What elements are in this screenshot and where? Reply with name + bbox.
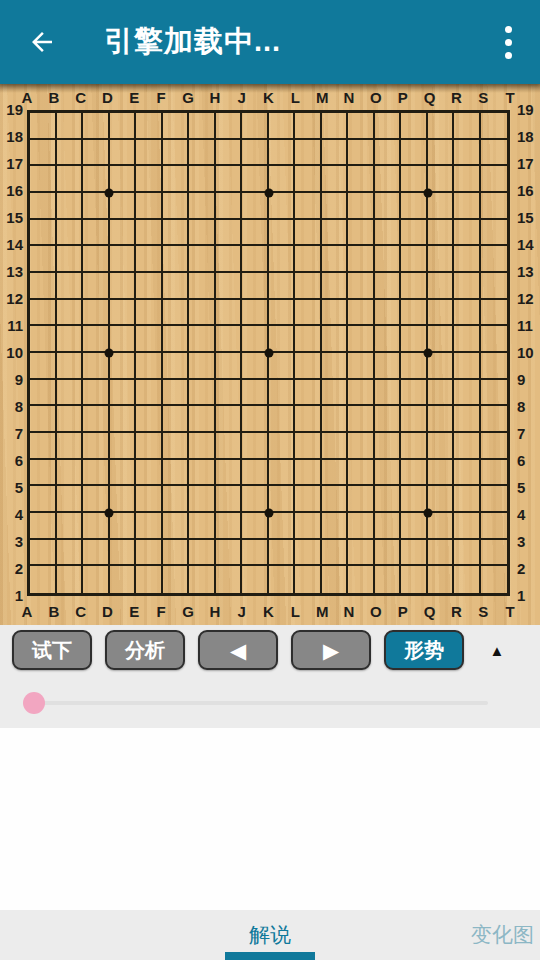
coord-label: G xyxy=(182,90,194,106)
coord-label: J xyxy=(237,90,245,106)
board-cell xyxy=(481,113,508,140)
board-cell xyxy=(428,433,455,460)
board-cell xyxy=(322,566,349,593)
coord-label: A xyxy=(22,90,33,106)
coord-label: O xyxy=(370,90,382,106)
board-cell xyxy=(110,326,137,353)
board-cell xyxy=(269,433,296,460)
board-cell xyxy=(428,246,455,273)
board-cell xyxy=(242,220,269,247)
arrow-left-icon xyxy=(27,27,57,57)
board-cell xyxy=(375,406,402,433)
coord-label: 1 xyxy=(517,588,525,604)
board-cell xyxy=(269,326,296,353)
app-bar: 引擎加载中... xyxy=(0,0,540,84)
board-cell xyxy=(269,406,296,433)
board-cell xyxy=(189,166,216,193)
board-cell xyxy=(454,113,481,140)
board-cell xyxy=(163,460,190,487)
board-cell xyxy=(189,486,216,513)
coord-label: 14 xyxy=(517,237,534,253)
board-cell xyxy=(454,486,481,513)
board-cell xyxy=(269,166,296,193)
board-cell xyxy=(454,566,481,593)
board-cell xyxy=(110,300,137,327)
board-cell xyxy=(428,113,455,140)
coord-label: 12 xyxy=(0,291,23,307)
board-cell xyxy=(269,513,296,540)
board-cell xyxy=(428,406,455,433)
board-cell xyxy=(375,486,402,513)
board-cell xyxy=(322,193,349,220)
coord-label: R xyxy=(451,90,462,106)
board-cell xyxy=(295,140,322,167)
coord-label: 4 xyxy=(517,507,525,523)
board-cell xyxy=(428,353,455,380)
board-cell xyxy=(57,300,84,327)
board-cell xyxy=(454,140,481,167)
board-cell xyxy=(375,380,402,407)
board-cell xyxy=(216,166,243,193)
board-cell xyxy=(163,433,190,460)
board-cell xyxy=(481,380,508,407)
coord-label: 7 xyxy=(517,426,525,442)
board-cell xyxy=(57,220,84,247)
board-cell xyxy=(295,486,322,513)
board-cell xyxy=(428,220,455,247)
board-cell xyxy=(110,433,137,460)
board-cell xyxy=(83,140,110,167)
board-cell xyxy=(242,566,269,593)
board-cell xyxy=(348,140,375,167)
board-cell xyxy=(163,273,190,300)
bottom-tab-bar: 解说 变化图 xyxy=(0,910,540,960)
coord-label: N xyxy=(344,90,355,106)
board-cell xyxy=(216,433,243,460)
board-cell xyxy=(163,513,190,540)
prev-move-button[interactable]: ◀ xyxy=(198,630,278,670)
board-cell xyxy=(295,540,322,567)
board-cell xyxy=(322,433,349,460)
board-cell xyxy=(110,486,137,513)
coord-label: 5 xyxy=(0,480,23,496)
board-cell xyxy=(110,193,137,220)
board-cell xyxy=(57,273,84,300)
board-cell xyxy=(30,246,57,273)
board-cell xyxy=(83,486,110,513)
board-cell xyxy=(136,433,163,460)
board-cell xyxy=(269,353,296,380)
board-cell xyxy=(189,353,216,380)
board-cell xyxy=(454,513,481,540)
coord-label: 12 xyxy=(517,291,534,307)
board-cell xyxy=(454,246,481,273)
board-cell xyxy=(136,140,163,167)
collapse-panel-button[interactable]: ▲ xyxy=(482,630,512,670)
board-cell xyxy=(481,326,508,353)
board-cell xyxy=(401,140,428,167)
board-cell xyxy=(375,513,402,540)
coord-label: 16 xyxy=(0,183,23,199)
coord-label: 2 xyxy=(517,561,525,577)
board-cell xyxy=(30,380,57,407)
board-cell xyxy=(242,540,269,567)
board-cell xyxy=(481,433,508,460)
board-cell xyxy=(322,220,349,247)
board-cell xyxy=(401,326,428,353)
board-cell xyxy=(30,406,57,433)
board-cell xyxy=(454,326,481,353)
coord-label: 15 xyxy=(517,210,534,226)
board-cell xyxy=(348,166,375,193)
board-cell xyxy=(401,113,428,140)
board-cell xyxy=(295,193,322,220)
board-cell xyxy=(348,246,375,273)
board-cell xyxy=(136,273,163,300)
board-cell xyxy=(189,273,216,300)
board-cell xyxy=(348,486,375,513)
board-cell xyxy=(454,433,481,460)
board-cell xyxy=(481,353,508,380)
board-cell xyxy=(136,193,163,220)
board-cell xyxy=(189,460,216,487)
kebab-icon xyxy=(505,26,512,33)
coord-label: 4 xyxy=(0,507,23,523)
board-cell xyxy=(481,566,508,593)
analyze-button[interactable]: 分析 xyxy=(105,630,185,670)
board-cell xyxy=(481,220,508,247)
coord-label: 3 xyxy=(0,534,23,550)
board-cell xyxy=(136,486,163,513)
coord-label: 7 xyxy=(0,426,23,442)
coord-label: 6 xyxy=(0,453,23,469)
board-cell xyxy=(322,486,349,513)
board-cell xyxy=(454,193,481,220)
board-cell xyxy=(322,113,349,140)
board-cell xyxy=(348,113,375,140)
board-cell xyxy=(30,140,57,167)
board-cell xyxy=(375,433,402,460)
board-cell xyxy=(163,540,190,567)
board-cell xyxy=(428,460,455,487)
board-cell xyxy=(189,540,216,567)
board-cell xyxy=(30,460,57,487)
board-cell xyxy=(30,220,57,247)
board-cell xyxy=(57,513,84,540)
board-cell xyxy=(428,540,455,567)
board-cell xyxy=(110,140,137,167)
coord-label: 8 xyxy=(517,399,525,415)
board-cell xyxy=(57,246,84,273)
territory-button[interactable]: 形势 xyxy=(384,630,464,670)
board-cell xyxy=(163,486,190,513)
board-cell xyxy=(57,326,84,353)
board-cell xyxy=(136,166,163,193)
coord-label: S xyxy=(478,604,488,620)
board-cell xyxy=(30,566,57,593)
board-cell xyxy=(110,406,137,433)
board-cell xyxy=(454,166,481,193)
board-cell xyxy=(322,380,349,407)
coord-label: P xyxy=(398,90,408,106)
board-cell xyxy=(216,380,243,407)
board-cell xyxy=(136,566,163,593)
board-cell xyxy=(189,300,216,327)
board-cell xyxy=(136,353,163,380)
board-cell xyxy=(295,353,322,380)
board-cell xyxy=(30,326,57,353)
board-cell xyxy=(322,140,349,167)
board-cell xyxy=(83,513,110,540)
board-cell xyxy=(110,513,137,540)
board-cell xyxy=(401,166,428,193)
board-cell xyxy=(136,540,163,567)
board-cell xyxy=(375,246,402,273)
slider-track[interactable] xyxy=(34,701,488,705)
board-cell xyxy=(30,166,57,193)
board-cell xyxy=(216,353,243,380)
coord-label: 15 xyxy=(0,210,23,226)
coord-label: 10 xyxy=(0,345,23,361)
coord-label: T xyxy=(505,604,514,620)
board-cell xyxy=(269,220,296,247)
app-screen: 引擎加载中... AABBCCDDEEFFGGHHJJKKLLMMNNOOPPQ… xyxy=(0,0,540,960)
board-cell xyxy=(269,540,296,567)
board-cell xyxy=(189,566,216,593)
board-cell xyxy=(401,433,428,460)
board-cell xyxy=(242,246,269,273)
board-cell xyxy=(30,273,57,300)
coord-label: 14 xyxy=(0,237,23,253)
board-cell xyxy=(57,380,84,407)
board-cell xyxy=(242,486,269,513)
coord-label: 9 xyxy=(0,372,23,388)
board-cell xyxy=(454,406,481,433)
board-cell xyxy=(163,193,190,220)
board-cell xyxy=(375,220,402,247)
board-cell xyxy=(269,566,296,593)
board-cell xyxy=(216,140,243,167)
coord-label: 5 xyxy=(517,480,525,496)
board-cell xyxy=(375,460,402,487)
coord-label: A xyxy=(22,604,33,620)
board-cell xyxy=(216,326,243,353)
controls-panel: 试下 分析 ◀ ▶ 形势 ▲ xyxy=(0,625,540,728)
coord-label: 16 xyxy=(517,183,534,199)
board-cell xyxy=(375,540,402,567)
board-cell xyxy=(454,300,481,327)
board-grid[interactable] xyxy=(27,110,510,596)
board-cell xyxy=(375,166,402,193)
try-move-button[interactable]: 试下 xyxy=(12,630,92,670)
board-cell xyxy=(242,433,269,460)
coord-label: R xyxy=(451,604,462,620)
board-cell xyxy=(216,246,243,273)
board-cell xyxy=(163,113,190,140)
board-cell xyxy=(136,113,163,140)
coord-label: 10 xyxy=(517,345,534,361)
board-cell xyxy=(30,486,57,513)
board-cell xyxy=(242,300,269,327)
coord-label: 17 xyxy=(517,156,534,172)
board-cell xyxy=(454,273,481,300)
board-cell xyxy=(189,326,216,353)
coord-label: O xyxy=(370,604,382,620)
tab-indicator xyxy=(225,952,315,960)
board-cell xyxy=(322,540,349,567)
board-cell xyxy=(110,113,137,140)
tab-variation-diagram[interactable]: 变化图 xyxy=(471,910,538,960)
board-cell xyxy=(481,166,508,193)
arrow-left-triangle-icon: ◀ xyxy=(230,640,246,661)
coord-label: S xyxy=(478,90,488,106)
coord-label: 19 xyxy=(0,102,23,118)
board-cell xyxy=(295,326,322,353)
board-cell xyxy=(401,566,428,593)
board-cell xyxy=(322,406,349,433)
board-cell xyxy=(322,246,349,273)
coord-label: F xyxy=(157,90,166,106)
board-cell xyxy=(136,460,163,487)
board-cell xyxy=(110,540,137,567)
board-cell xyxy=(401,300,428,327)
board-cell xyxy=(83,300,110,327)
board-cell xyxy=(401,353,428,380)
go-board[interactable]: AABBCCDDEEFFGGHHJJKKLLMMNNOOPPQQRRSSTT19… xyxy=(0,84,540,625)
board-cell xyxy=(481,273,508,300)
coord-label: B xyxy=(48,90,59,106)
board-cell xyxy=(242,353,269,380)
board-cell xyxy=(401,380,428,407)
arrow-right-triangle-icon: ▶ xyxy=(323,640,339,661)
board-cell xyxy=(322,273,349,300)
board-cell xyxy=(401,486,428,513)
back-button[interactable] xyxy=(0,0,84,84)
board-cell xyxy=(189,246,216,273)
board-cell xyxy=(348,300,375,327)
board-cell xyxy=(30,193,57,220)
board-cell xyxy=(57,193,84,220)
page-title: 引擎加载中... xyxy=(104,22,476,62)
coord-label: 19 xyxy=(517,102,534,118)
board-cell xyxy=(428,166,455,193)
board-cell xyxy=(110,380,137,407)
board-cell xyxy=(428,380,455,407)
next-move-button[interactable]: ▶ xyxy=(291,630,371,670)
board-cell xyxy=(481,193,508,220)
board-cell xyxy=(295,380,322,407)
board-cell xyxy=(136,246,163,273)
board-cell xyxy=(57,433,84,460)
board-cell xyxy=(57,140,84,167)
board-cell xyxy=(189,140,216,167)
board-cell xyxy=(269,380,296,407)
board-cell xyxy=(83,406,110,433)
board-cell xyxy=(242,113,269,140)
board-cell xyxy=(295,166,322,193)
board-cell xyxy=(216,273,243,300)
overflow-menu-button[interactable] xyxy=(476,0,540,84)
coord-label: D xyxy=(102,90,113,106)
board-cell xyxy=(57,353,84,380)
board-cell xyxy=(189,113,216,140)
board-cell xyxy=(348,460,375,487)
board-cell xyxy=(163,140,190,167)
board-cell xyxy=(136,326,163,353)
board-cell xyxy=(242,140,269,167)
coord-label: H xyxy=(209,604,220,620)
board-cell xyxy=(163,326,190,353)
board-cell xyxy=(481,140,508,167)
board-cell xyxy=(322,166,349,193)
board-cell xyxy=(481,406,508,433)
board-cell xyxy=(295,113,322,140)
board-cell xyxy=(189,513,216,540)
coord-label: K xyxy=(263,90,274,106)
board-cell xyxy=(454,460,481,487)
board-cell xyxy=(295,300,322,327)
board-cell xyxy=(269,113,296,140)
board-cell xyxy=(30,300,57,327)
board-cell xyxy=(216,566,243,593)
board-cell xyxy=(57,566,84,593)
coord-label: 9 xyxy=(517,372,525,388)
board-cell xyxy=(83,460,110,487)
board-cell xyxy=(401,460,428,487)
board-cell xyxy=(348,193,375,220)
board-cell xyxy=(242,326,269,353)
board-cell xyxy=(163,166,190,193)
board-cell xyxy=(428,273,455,300)
board-cell xyxy=(136,513,163,540)
board-cell xyxy=(322,513,349,540)
board-cell xyxy=(348,326,375,353)
board-cell xyxy=(163,300,190,327)
coord-label: F xyxy=(157,604,166,620)
board-cell xyxy=(216,460,243,487)
coord-label: H xyxy=(209,90,220,106)
board-cell xyxy=(216,220,243,247)
board-cell xyxy=(454,220,481,247)
coord-label: M xyxy=(316,90,329,106)
board-cell xyxy=(401,193,428,220)
board-cell xyxy=(110,246,137,273)
board-cell xyxy=(269,193,296,220)
board-cell xyxy=(216,300,243,327)
coord-label: M xyxy=(316,604,329,620)
board-cell xyxy=(30,513,57,540)
board-cell xyxy=(348,433,375,460)
board-cell xyxy=(428,566,455,593)
board-cell xyxy=(454,540,481,567)
board-cell xyxy=(428,513,455,540)
slider-thumb[interactable] xyxy=(23,692,45,714)
board-cell xyxy=(57,166,84,193)
coord-label: 8 xyxy=(0,399,23,415)
board-cell xyxy=(269,460,296,487)
board-cell xyxy=(348,380,375,407)
coord-label: 11 xyxy=(517,318,533,334)
board-cell xyxy=(454,353,481,380)
coord-label: 17 xyxy=(0,156,23,172)
board-cell xyxy=(189,220,216,247)
board-cell xyxy=(322,353,349,380)
board-cell xyxy=(481,486,508,513)
board-cell xyxy=(189,433,216,460)
board-cell xyxy=(216,486,243,513)
board-cell xyxy=(295,433,322,460)
board-cell xyxy=(189,380,216,407)
